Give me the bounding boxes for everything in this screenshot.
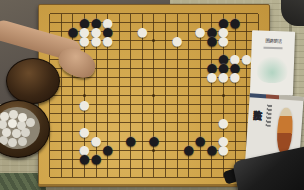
intersection[interactable] (195, 64, 207, 73)
intersection[interactable] (137, 18, 149, 27)
intersection[interactable] (160, 64, 172, 73)
intersection[interactable] (79, 109, 91, 118)
intersection[interactable] (171, 155, 183, 164)
intersection[interactable] (195, 82, 207, 91)
intersection[interactable] (113, 173, 125, 182)
intersection[interactable] (137, 82, 149, 91)
intersection[interactable] (229, 127, 241, 136)
upper-book-artwork (256, 56, 288, 83)
intersection[interactable] (125, 100, 137, 109)
intersection[interactable] (160, 146, 172, 155)
intersection[interactable]: ● (67, 27, 79, 36)
intersection[interactable] (229, 91, 241, 100)
intersection[interactable] (252, 18, 264, 27)
intersection[interactable] (56, 91, 68, 100)
intersection[interactable] (241, 18, 253, 27)
intersection[interactable] (113, 55, 125, 64)
intersection[interactable] (137, 100, 149, 109)
intersection[interactable] (171, 64, 183, 73)
intersection[interactable] (102, 118, 114, 127)
intersection[interactable] (137, 36, 149, 45)
intersection[interactable] (113, 109, 125, 118)
intersection[interactable] (137, 9, 149, 18)
intersection[interactable] (218, 100, 230, 109)
intersection[interactable] (44, 146, 56, 155)
intersection[interactable] (137, 146, 149, 155)
intersection[interactable] (195, 146, 207, 155)
intersection[interactable]: ● (90, 27, 102, 36)
intersection[interactable] (160, 36, 172, 45)
intersection[interactable]: ● (90, 36, 102, 45)
intersection[interactable] (56, 146, 68, 155)
intersection[interactable] (56, 18, 68, 27)
intersection[interactable]: ● (90, 155, 102, 164)
intersection[interactable] (183, 100, 195, 109)
intersection[interactable] (218, 127, 230, 136)
intersection[interactable] (171, 18, 183, 27)
intersection[interactable] (183, 55, 195, 64)
intersection[interactable] (67, 82, 79, 91)
black-stone-bowl (6, 58, 60, 104)
intersection[interactable]: ● (90, 136, 102, 145)
intersection[interactable] (241, 27, 253, 36)
intersection[interactable] (44, 100, 56, 109)
intersection[interactable] (102, 9, 114, 18)
intersection[interactable] (67, 136, 79, 145)
intersection[interactable]: ● (218, 146, 230, 155)
intersection[interactable]: ● (229, 64, 241, 73)
intersection[interactable] (160, 173, 172, 182)
intersection[interactable] (137, 55, 149, 64)
intersection[interactable] (125, 91, 137, 100)
intersection[interactable] (171, 109, 183, 118)
intersection[interactable] (137, 91, 149, 100)
intersection[interactable] (44, 164, 56, 173)
intersection[interactable] (183, 18, 195, 27)
intersection[interactable]: ● (229, 18, 241, 27)
intersection[interactable] (125, 18, 137, 27)
intersection[interactable] (79, 9, 91, 18)
intersection[interactable] (113, 73, 125, 82)
intersection[interactable] (206, 136, 218, 145)
intersection[interactable] (137, 127, 149, 136)
intersection[interactable] (241, 9, 253, 18)
intersection[interactable]: ● (229, 55, 241, 64)
intersection[interactable] (206, 173, 218, 182)
intersection[interactable] (195, 18, 207, 27)
intersection[interactable] (113, 164, 125, 173)
intersection[interactable] (102, 73, 114, 82)
intersection[interactable] (229, 27, 241, 36)
intersection[interactable] (171, 136, 183, 145)
intersection[interactable] (125, 55, 137, 64)
intersection[interactable] (195, 45, 207, 54)
go-board: ●●●●●●●●●●●●●●●●●●●●●●●●●●●●●●●●●●●●●●●●… (38, 4, 270, 187)
intersection[interactable]: ● (218, 118, 230, 127)
intersection[interactable] (113, 36, 125, 45)
intersection[interactable] (171, 164, 183, 173)
intersection[interactable] (160, 27, 172, 36)
intersection[interactable] (229, 82, 241, 91)
intersection[interactable] (195, 36, 207, 45)
intersection[interactable] (137, 173, 149, 182)
intersection[interactable] (67, 164, 79, 173)
intersection[interactable]: ● (171, 36, 183, 45)
intersection[interactable] (160, 127, 172, 136)
intersection[interactable] (160, 55, 172, 64)
intersection[interactable] (90, 118, 102, 127)
intersection[interactable] (148, 91, 160, 100)
intersection[interactable] (56, 118, 68, 127)
intersection[interactable]: ● (102, 18, 114, 27)
intersection[interactable] (218, 9, 230, 18)
intersection[interactable] (56, 136, 68, 145)
intersection[interactable] (206, 109, 218, 118)
upper-go-book: 囲碁整活 (250, 30, 295, 95)
intersection[interactable]: ● (218, 55, 230, 64)
intersection[interactable] (183, 45, 195, 54)
intersection[interactable]: ● (206, 73, 218, 82)
intersection[interactable] (137, 164, 149, 173)
intersection[interactable] (113, 9, 125, 18)
intersection[interactable] (148, 127, 160, 136)
intersection[interactable]: ● (125, 136, 137, 145)
intersection[interactable] (195, 155, 207, 164)
intersection[interactable] (148, 164, 160, 173)
intersection[interactable] (229, 45, 241, 54)
intersection[interactable] (102, 82, 114, 91)
intersection[interactable] (171, 55, 183, 64)
intersection[interactable] (206, 155, 218, 164)
intersection[interactable]: ● (79, 27, 91, 36)
intersection[interactable] (148, 173, 160, 182)
intersection[interactable] (148, 155, 160, 164)
intersection[interactable] (206, 100, 218, 109)
intersection[interactable] (137, 45, 149, 54)
intersection[interactable] (183, 109, 195, 118)
intersection[interactable] (90, 173, 102, 182)
intersection[interactable] (56, 164, 68, 173)
intersection[interactable] (67, 109, 79, 118)
intersection[interactable] (229, 136, 241, 145)
intersection[interactable] (90, 91, 102, 100)
intersection[interactable] (171, 146, 183, 155)
intersection[interactable]: ● (137, 27, 149, 36)
intersection[interactable] (195, 173, 207, 182)
intersection[interactable]: ● (148, 136, 160, 145)
intersection[interactable] (56, 173, 68, 182)
go-game-photo: ●●●●●●●●●●●●●●●●●●●●●●●●●●●●●●●●●●●●●●●●… (0, 0, 304, 190)
intersection[interactable] (206, 118, 218, 127)
intersection[interactable] (206, 9, 218, 18)
intersection[interactable] (206, 45, 218, 54)
intersection[interactable] (183, 118, 195, 127)
intersection[interactable] (160, 109, 172, 118)
intersection[interactable] (79, 173, 91, 182)
intersection[interactable] (113, 118, 125, 127)
intersection[interactable] (79, 136, 91, 145)
intersection[interactable] (218, 109, 230, 118)
intersection[interactable] (218, 45, 230, 54)
intersection[interactable] (183, 91, 195, 100)
intersection[interactable] (125, 127, 137, 136)
intersection[interactable] (229, 118, 241, 127)
intersection[interactable] (125, 164, 137, 173)
intersection[interactable] (67, 155, 79, 164)
intersection[interactable] (183, 73, 195, 82)
intersection[interactable] (148, 45, 160, 54)
intersection[interactable] (137, 73, 149, 82)
intersection[interactable] (171, 118, 183, 127)
intersection[interactable] (148, 118, 160, 127)
intersection[interactable]: ● (206, 64, 218, 73)
intersection[interactable] (195, 127, 207, 136)
intersection[interactable] (183, 9, 195, 18)
intersection[interactable] (90, 164, 102, 173)
intersection[interactable] (90, 82, 102, 91)
intersection[interactable] (148, 36, 160, 45)
intersection[interactable] (125, 173, 137, 182)
intersection[interactable] (102, 55, 114, 64)
intersection[interactable] (102, 136, 114, 145)
intersection[interactable] (206, 164, 218, 173)
intersection[interactable] (137, 64, 149, 73)
intersection[interactable] (56, 155, 68, 164)
intersection[interactable] (148, 64, 160, 73)
intersection[interactable] (113, 18, 125, 27)
intersection[interactable] (218, 82, 230, 91)
intersection[interactable] (113, 27, 125, 36)
intersection[interactable]: ● (79, 36, 91, 45)
intersection[interactable] (148, 100, 160, 109)
intersection[interactable] (183, 164, 195, 173)
intersection[interactable] (44, 155, 56, 164)
intersection[interactable] (125, 9, 137, 18)
intersection[interactable] (44, 9, 56, 18)
intersection[interactable]: ● (102, 27, 114, 36)
intersection[interactable] (90, 109, 102, 118)
intersection[interactable] (160, 164, 172, 173)
intersection[interactable] (79, 164, 91, 173)
intersection[interactable] (148, 27, 160, 36)
intersection[interactable] (206, 127, 218, 136)
intersection[interactable] (137, 118, 149, 127)
intersection[interactable]: ● (218, 136, 230, 145)
intersection[interactable] (137, 155, 149, 164)
intersection[interactable]: ● (218, 36, 230, 45)
intersection[interactable] (90, 146, 102, 155)
intersection[interactable] (171, 27, 183, 36)
intersection[interactable] (171, 127, 183, 136)
intersection[interactable] (160, 82, 172, 91)
intersection[interactable] (195, 9, 207, 18)
intersection[interactable] (229, 36, 241, 45)
intersection[interactable] (56, 109, 68, 118)
intersection[interactable] (56, 9, 68, 18)
intersection[interactable] (171, 91, 183, 100)
intersection[interactable] (148, 9, 160, 18)
intersection[interactable]: ● (79, 146, 91, 155)
intersection[interactable]: ● (218, 18, 230, 27)
intersection[interactable] (113, 100, 125, 109)
board-grid: ●●●●●●●●●●●●●●●●●●●●●●●●●●●●●●●●●●●●●●●●… (44, 9, 264, 182)
intersection[interactable] (160, 45, 172, 54)
intersection[interactable] (125, 118, 137, 127)
intersection[interactable] (113, 146, 125, 155)
intersection[interactable] (67, 173, 79, 182)
intersection[interactable]: ● (195, 136, 207, 145)
intersection[interactable] (218, 91, 230, 100)
intersection[interactable] (56, 127, 68, 136)
intersection[interactable] (90, 127, 102, 136)
intersection[interactable] (113, 136, 125, 145)
intersection[interactable] (229, 146, 241, 155)
intersection[interactable] (67, 91, 79, 100)
intersection[interactable] (195, 73, 207, 82)
intersection[interactable] (195, 118, 207, 127)
intersection[interactable] (160, 73, 172, 82)
intersection[interactable] (160, 91, 172, 100)
intersection[interactable] (79, 118, 91, 127)
intersection[interactable] (195, 91, 207, 100)
intersection[interactable]: ● (218, 73, 230, 82)
intersection[interactable] (171, 82, 183, 91)
intersection[interactable] (160, 9, 172, 18)
intersection[interactable] (160, 136, 172, 145)
intersection[interactable] (113, 64, 125, 73)
lower-book-subtitle-strip (266, 104, 273, 126)
intersection[interactable]: ● (79, 18, 91, 27)
intersection[interactable] (113, 82, 125, 91)
intersection[interactable] (148, 109, 160, 118)
intersection[interactable] (171, 173, 183, 182)
intersection[interactable] (195, 164, 207, 173)
intersection[interactable] (160, 100, 172, 109)
intersection[interactable]: ● (206, 27, 218, 36)
intersection[interactable] (102, 155, 114, 164)
intersection[interactable] (160, 18, 172, 27)
intersection[interactable] (125, 109, 137, 118)
intersection[interactable] (67, 18, 79, 27)
intersection[interactable]: ● (90, 18, 102, 27)
intersection[interactable] (113, 91, 125, 100)
intersection[interactable]: ● (102, 146, 114, 155)
intersection[interactable] (125, 82, 137, 91)
intersection[interactable] (125, 36, 137, 45)
intersection[interactable] (195, 100, 207, 109)
intersection[interactable] (171, 100, 183, 109)
intersection[interactable] (137, 109, 149, 118)
intersection[interactable]: ● (229, 73, 241, 82)
intersection[interactable] (79, 82, 91, 91)
intersection[interactable] (206, 91, 218, 100)
intersection[interactable] (148, 55, 160, 64)
intersection[interactable] (125, 27, 137, 36)
intersection[interactable] (195, 109, 207, 118)
intersection[interactable] (125, 146, 137, 155)
intersection[interactable] (218, 155, 230, 164)
intersection[interactable] (195, 55, 207, 64)
intersection[interactable] (183, 64, 195, 73)
intersection[interactable]: ● (102, 36, 114, 45)
intersection[interactable] (113, 155, 125, 164)
intersection[interactable] (229, 109, 241, 118)
intersection[interactable] (125, 64, 137, 73)
intersection[interactable] (102, 127, 114, 136)
intersection[interactable] (125, 45, 137, 54)
intersection[interactable] (183, 36, 195, 45)
intersection[interactable] (56, 100, 68, 109)
intersection[interactable] (206, 18, 218, 27)
intersection[interactable] (183, 27, 195, 36)
intersection[interactable]: ● (195, 27, 207, 36)
intersection[interactable] (183, 82, 195, 91)
intersection[interactable] (90, 100, 102, 109)
intersection[interactable]: ● (79, 100, 91, 109)
intersection[interactable] (148, 82, 160, 91)
intersection[interactable] (79, 91, 91, 100)
intersection[interactable] (102, 164, 114, 173)
intersection[interactable] (252, 9, 264, 18)
intersection[interactable] (90, 9, 102, 18)
white-stone-bowl-inner (0, 107, 40, 149)
intersection[interactable] (67, 9, 79, 18)
intersection[interactable] (102, 100, 114, 109)
intersection[interactable] (148, 146, 160, 155)
intersection[interactable] (206, 82, 218, 91)
intersection[interactable] (148, 18, 160, 27)
intersection[interactable] (183, 136, 195, 145)
intersection[interactable] (160, 155, 172, 164)
intersection[interactable] (171, 45, 183, 54)
intersection[interactable]: ● (206, 36, 218, 45)
intersection[interactable] (125, 155, 137, 164)
intersection[interactable] (183, 155, 195, 164)
intersection[interactable]: ● (218, 64, 230, 73)
intersection[interactable] (67, 100, 79, 109)
intersection[interactable] (183, 127, 195, 136)
intersection[interactable] (229, 9, 241, 18)
intersection[interactable] (67, 146, 79, 155)
intersection[interactable] (67, 118, 79, 127)
intersection[interactable] (113, 127, 125, 136)
intersection[interactable] (229, 100, 241, 109)
intersection[interactable] (171, 73, 183, 82)
intersection[interactable] (206, 55, 218, 64)
intersection[interactable]: ● (183, 146, 195, 155)
intersection[interactable] (102, 64, 114, 73)
intersection[interactable] (102, 91, 114, 100)
intersection[interactable] (183, 173, 195, 182)
intersection[interactable] (160, 118, 172, 127)
intersection[interactable] (148, 73, 160, 82)
intersection[interactable]: ● (79, 155, 91, 164)
intersection[interactable] (44, 18, 56, 27)
intersection[interactable]: ● (218, 27, 230, 36)
intersection[interactable] (113, 45, 125, 54)
intersection[interactable] (102, 45, 114, 54)
intersection[interactable] (67, 127, 79, 136)
intersection[interactable] (137, 136, 149, 145)
intersection[interactable] (171, 9, 183, 18)
intersection[interactable] (44, 173, 56, 182)
intersection[interactable] (102, 173, 114, 182)
intersection[interactable] (125, 73, 137, 82)
intersection[interactable]: ● (206, 146, 218, 155)
intersection[interactable] (102, 109, 114, 118)
intersection[interactable]: ● (79, 127, 91, 136)
intersection[interactable] (90, 45, 102, 54)
